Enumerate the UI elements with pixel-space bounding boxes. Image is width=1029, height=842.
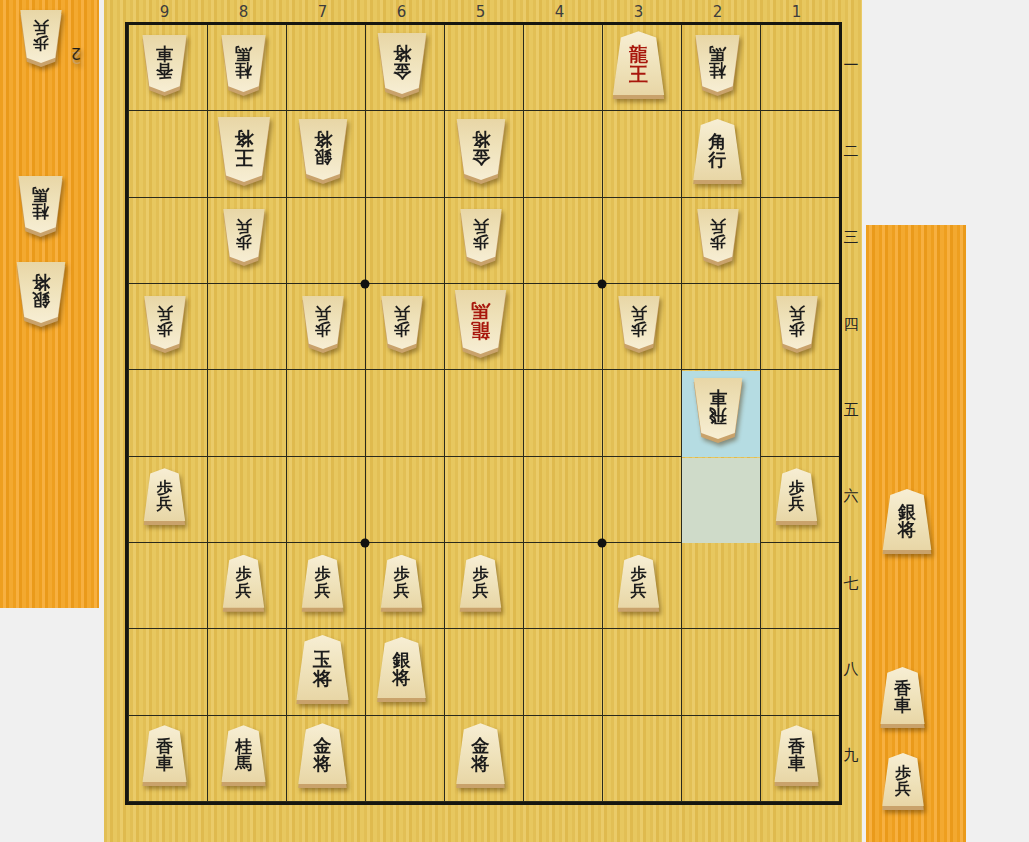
piece-歩兵-sente-16[interactable]: 歩 兵	[774, 468, 820, 521]
piece-kanji: 歩 兵	[394, 566, 410, 599]
piece-龍王-sente-31[interactable]: 龍 王	[610, 31, 667, 95]
piece-body: 歩 兵	[379, 555, 425, 608]
piece-銀将-gote-72[interactable]: 銀 将	[296, 119, 350, 180]
piece-桂馬-sente-89[interactable]: 桂 馬	[219, 725, 268, 782]
star-point	[598, 279, 607, 288]
piece-歩兵-gote-64[interactable]: 歩 兵	[379, 296, 425, 349]
piece-桂馬-gote-21[interactable]: 桂 馬	[693, 35, 742, 92]
square-39[interactable]	[602, 716, 681, 802]
piece-kanji: 歩 兵	[394, 304, 410, 337]
square-93[interactable]	[128, 198, 207, 284]
hand-piece-桂馬-gote[interactable]: 桂 馬	[16, 176, 65, 233]
square-42[interactable]	[523, 111, 602, 197]
hand-piece-歩兵-gote[interactable]: 歩 兵2	[18, 10, 64, 63]
piece-kanji: 銀 将	[314, 130, 332, 167]
piece-kanji: 桂 馬	[235, 738, 252, 773]
square-44[interactable]	[523, 284, 602, 370]
square-97[interactable]	[128, 543, 207, 629]
piece-kanji: 香 車	[156, 44, 173, 79]
piece-kanji: 歩 兵	[631, 566, 647, 599]
square-71[interactable]	[286, 25, 365, 111]
piece-kanji: 歩 兵	[895, 765, 911, 798]
piece-kanji: 角 行	[709, 133, 727, 170]
shogi-app: 987654321 一二三四五六七八九 香 車桂 馬金 将龍 王桂 馬王 将銀 …	[0, 0, 1029, 842]
piece-香車-gote-91[interactable]: 香 車	[140, 35, 189, 92]
square-62[interactable]	[365, 111, 444, 197]
piece-歩兵-gote-53[interactable]: 歩 兵	[458, 209, 504, 262]
square-12[interactable]	[760, 111, 839, 197]
piece-kanji: 歩 兵	[710, 218, 726, 251]
rank-label-6: 六	[840, 454, 862, 540]
rank-label-7: 七	[840, 540, 862, 626]
piece-body: 歩 兵	[18, 10, 64, 63]
piece-歩兵-gote-34[interactable]: 歩 兵	[616, 296, 662, 349]
square-95[interactable]	[128, 370, 207, 456]
piece-kanji: 龍 馬	[471, 301, 490, 340]
piece-金将-gote-61[interactable]: 金 将	[375, 33, 429, 94]
square-76[interactable]	[286, 457, 365, 543]
piece-kanji: 歩 兵	[33, 19, 49, 52]
square-48[interactable]	[523, 629, 602, 715]
piece-body: 歩 兵	[300, 555, 346, 608]
piece-歩兵-sente-87[interactable]: 歩 兵	[221, 555, 267, 608]
file-label-4: 4	[520, 3, 599, 21]
piece-body: 歩 兵	[458, 209, 504, 262]
file-label-8: 8	[204, 3, 283, 21]
piece-kanji: 飛 車	[709, 389, 727, 426]
square-28[interactable]	[681, 629, 760, 715]
square-75[interactable]	[286, 370, 365, 456]
piece-kanji: 玉 将	[313, 650, 332, 689]
piece-金将-sente-79[interactable]: 金 将	[296, 723, 350, 784]
piece-body: 歩 兵	[774, 296, 820, 349]
piece-body: 桂 馬	[693, 35, 742, 92]
piece-kanji: 銀 将	[393, 651, 411, 688]
rank-label-5: 五	[840, 367, 862, 453]
square-29[interactable]	[681, 716, 760, 802]
rank-label-9: 九	[840, 713, 862, 799]
piece-body: 桂 馬	[16, 176, 65, 233]
rank-label-2: 二	[840, 108, 862, 194]
file-label-3: 3	[599, 3, 678, 21]
file-label-6: 6	[362, 3, 441, 21]
file-label-9: 9	[125, 3, 204, 21]
hand-piece-銀将-gote[interactable]: 銀 将	[14, 262, 68, 323]
star-point	[361, 538, 370, 547]
piece-kanji: 金 将	[472, 130, 490, 167]
star-point	[361, 279, 370, 288]
piece-body: 王 将	[215, 117, 273, 182]
square-51[interactable]	[444, 25, 523, 111]
rank-label-3: 三	[840, 195, 862, 281]
piece-kanji: 歩 兵	[236, 218, 252, 251]
piece-kanji: 桂 馬	[709, 44, 726, 79]
piece-歩兵-gote-14[interactable]: 歩 兵	[774, 296, 820, 349]
piece-kanji: 銀 将	[32, 273, 50, 310]
piece-香車-sente-99[interactable]: 香 車	[140, 725, 189, 782]
piece-body: 玉 将	[294, 635, 352, 700]
star-point	[598, 538, 607, 547]
piece-body: 歩 兵	[379, 296, 425, 349]
piece-kanji: 香 車	[788, 738, 805, 773]
square-92[interactable]	[128, 111, 207, 197]
piece-body: 桂 馬	[219, 725, 268, 782]
piece-body: 歩 兵	[616, 555, 662, 608]
piece-桂馬-gote-81[interactable]: 桂 馬	[219, 35, 268, 92]
piece-玉将-sente-78[interactable]: 玉 将	[294, 635, 352, 700]
piece-kanji: 歩 兵	[789, 304, 805, 337]
piece-kanji: 龍 王	[629, 45, 648, 84]
square-24[interactable]	[681, 284, 760, 370]
piece-body: 香 車	[772, 725, 821, 782]
rank-labels: 一二三四五六七八九	[840, 22, 862, 799]
square-73[interactable]	[286, 198, 365, 284]
piece-kanji: 王 将	[234, 129, 253, 168]
piece-kanji: 香 車	[156, 738, 173, 773]
piece-kanji: 歩 兵	[315, 566, 331, 599]
square-84[interactable]	[207, 284, 286, 370]
piece-kanji: 歩 兵	[236, 566, 252, 599]
square-41[interactable]	[523, 25, 602, 111]
hand-piece-香車-sente[interactable]: 香 車	[878, 667, 927, 724]
piece-龍馬-gote-54[interactable]: 龍 馬	[452, 290, 509, 354]
square-36[interactable]	[602, 457, 681, 543]
piece-kanji: 歩 兵	[631, 304, 647, 337]
file-label-5: 5	[441, 3, 520, 21]
square-58[interactable]	[444, 629, 523, 715]
piece-kanji: 銀 将	[898, 503, 916, 540]
square-32[interactable]	[602, 111, 681, 197]
piece-kanji: 金 将	[472, 737, 490, 774]
piece-香車-sente-19[interactable]: 香 車	[772, 725, 821, 782]
hand-piece-count: 2	[71, 44, 81, 63]
piece-kanji: 歩 兵	[473, 218, 489, 251]
piece-body: 歩 兵	[221, 209, 267, 262]
piece-body: 歩 兵	[774, 468, 820, 521]
piece-body: 歩 兵	[616, 296, 662, 349]
piece-kanji: 歩 兵	[157, 480, 173, 513]
piece-金将-gote-52[interactable]: 金 将	[454, 119, 508, 180]
piece-body: 金 将	[454, 119, 508, 180]
piece-body: 香 車	[140, 35, 189, 92]
square-26[interactable]	[681, 457, 760, 543]
rank-label-4: 四	[840, 281, 862, 367]
piece-飛車-gote-25[interactable]: 飛 車	[691, 378, 745, 439]
piece-body: 龍 馬	[452, 290, 509, 354]
piece-kanji: 香 車	[894, 680, 911, 715]
square-47[interactable]	[523, 543, 602, 629]
square-65[interactable]	[365, 370, 444, 456]
piece-kanji: 金 将	[393, 43, 411, 80]
square-63[interactable]	[365, 198, 444, 284]
piece-kanji: 桂 馬	[235, 44, 252, 79]
piece-金将-sente-59[interactable]: 金 将	[454, 723, 508, 784]
file-label-1: 1	[757, 3, 836, 21]
piece-body: 歩 兵	[300, 296, 346, 349]
piece-kanji: 桂 馬	[32, 186, 49, 221]
piece-角行-sente-22[interactable]: 角 行	[691, 119, 745, 180]
piece-kanji: 歩 兵	[157, 304, 173, 337]
piece-kanji: 歩 兵	[315, 304, 331, 337]
hand-piece-銀将-sente[interactable]: 銀 将	[880, 489, 934, 550]
hand-piece-歩兵-sente[interactable]: 歩 兵	[880, 753, 926, 806]
square-56[interactable]	[444, 457, 523, 543]
square-45[interactable]	[523, 370, 602, 456]
file-labels: 987654321	[125, 3, 836, 21]
piece-body: 歩 兵	[458, 555, 504, 608]
piece-body: 金 将	[296, 723, 350, 784]
piece-body: 歩 兵	[880, 753, 926, 806]
square-13[interactable]	[760, 198, 839, 284]
piece-歩兵-sente-57[interactable]: 歩 兵	[458, 555, 504, 608]
piece-body: 銀 将	[880, 489, 934, 550]
piece-body: 歩 兵	[221, 555, 267, 608]
square-27[interactable]	[681, 543, 760, 629]
rank-label-8: 八	[840, 626, 862, 712]
piece-body: 龍 王	[610, 31, 667, 95]
piece-body: 金 将	[375, 33, 429, 94]
piece-body: 歩 兵	[142, 296, 188, 349]
piece-body: 金 将	[454, 723, 508, 784]
piece-kanji: 歩 兵	[789, 480, 805, 513]
piece-body: 角 行	[691, 119, 745, 180]
square-35[interactable]	[602, 370, 681, 456]
piece-body: 歩 兵	[142, 468, 188, 521]
square-43[interactable]	[523, 198, 602, 284]
square-15[interactable]	[760, 370, 839, 456]
square-38[interactable]	[602, 629, 681, 715]
square-86[interactable]	[207, 457, 286, 543]
piece-歩兵-gote-74[interactable]: 歩 兵	[300, 296, 346, 349]
piece-銀将-sente-68[interactable]: 銀 将	[375, 637, 429, 698]
piece-歩兵-gote-94[interactable]: 歩 兵	[142, 296, 188, 349]
piece-王将-gote-82[interactable]: 王 将	[215, 117, 273, 182]
piece-歩兵-sente-77[interactable]: 歩 兵	[300, 555, 346, 608]
piece-kanji: 金 将	[314, 737, 332, 774]
piece-歩兵-gote-23[interactable]: 歩 兵	[695, 209, 741, 262]
square-69[interactable]	[365, 716, 444, 802]
square-11[interactable]	[760, 25, 839, 111]
piece-body: 飛 車	[691, 378, 745, 439]
square-18[interactable]	[760, 629, 839, 715]
square-98[interactable]	[128, 629, 207, 715]
rank-label-1: 一	[840, 22, 862, 108]
piece-body: 桂 馬	[219, 35, 268, 92]
square-17[interactable]	[760, 543, 839, 629]
square-88[interactable]	[207, 629, 286, 715]
piece-body: 銀 将	[14, 262, 68, 323]
piece-body: 銀 将	[296, 119, 350, 180]
piece-body: 香 車	[878, 667, 927, 724]
piece-歩兵-sente-67[interactable]: 歩 兵	[379, 555, 425, 608]
piece-body: 歩 兵	[695, 209, 741, 262]
square-49[interactable]	[523, 716, 602, 802]
square-55[interactable]	[444, 370, 523, 456]
piece-歩兵-gote-83[interactable]: 歩 兵	[221, 209, 267, 262]
piece-kanji: 歩 兵	[473, 566, 489, 599]
square-66[interactable]	[365, 457, 444, 543]
piece-歩兵-sente-37[interactable]: 歩 兵	[616, 555, 662, 608]
file-label-2: 2	[678, 3, 757, 21]
square-85[interactable]	[207, 370, 286, 456]
piece-歩兵-sente-96[interactable]: 歩 兵	[142, 468, 188, 521]
square-46[interactable]	[523, 457, 602, 543]
file-label-7: 7	[283, 3, 362, 21]
piece-body: 銀 将	[375, 637, 429, 698]
square-33[interactable]	[602, 198, 681, 284]
piece-body: 香 車	[140, 725, 189, 782]
